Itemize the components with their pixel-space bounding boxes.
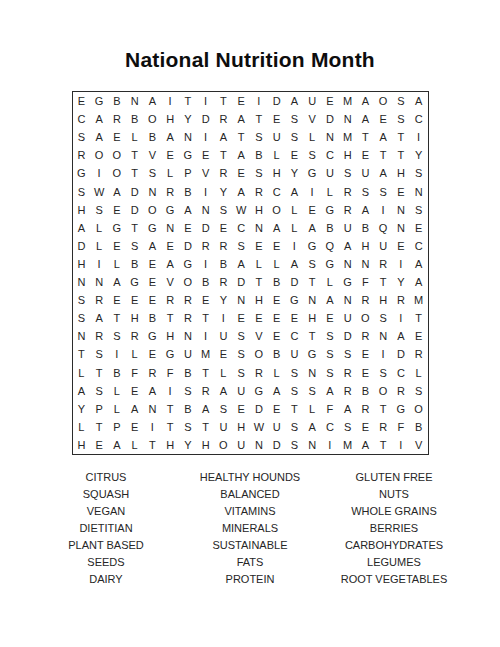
grid-cell-r9c1[interactable]: D bbox=[73, 237, 91, 255]
grid-cell-r2c1[interactable]: C bbox=[73, 110, 91, 128]
grid-cell-r10c1[interactable]: H bbox=[73, 255, 91, 273]
grid-cell-r5c11[interactable]: S bbox=[250, 164, 268, 182]
grid-cell-r12c10[interactable]: N bbox=[232, 291, 250, 309]
grid-cell-r3c14[interactable]: L bbox=[303, 128, 321, 146]
grid-cell-r14c1[interactable]: N bbox=[73, 327, 91, 345]
grid-cell-r18c10[interactable]: E bbox=[232, 400, 250, 418]
grid-cell-r16c2[interactable]: T bbox=[90, 364, 108, 382]
grid-cell-r13c11[interactable]: E bbox=[250, 309, 268, 327]
grid-cell-r10c2[interactable]: I bbox=[90, 255, 108, 273]
grid-cell-r4c16[interactable]: H bbox=[339, 146, 357, 164]
grid-cell-r13c7[interactable]: R bbox=[179, 309, 197, 327]
grid-cell-r1c1[interactable]: E bbox=[73, 92, 91, 110]
grid-cell-r5c16[interactable]: S bbox=[339, 164, 357, 182]
grid-cell-r5c12[interactable]: H bbox=[268, 164, 286, 182]
grid-cell-r3c8[interactable]: I bbox=[197, 128, 215, 146]
grid-cell-r6c20[interactable]: N bbox=[410, 183, 428, 201]
grid-cell-r18c5[interactable]: N bbox=[144, 400, 162, 418]
grid-cell-r1c3[interactable]: B bbox=[108, 92, 126, 110]
grid-cell-r19c8[interactable]: T bbox=[197, 418, 215, 436]
grid-cell-r16c11[interactable]: R bbox=[250, 364, 268, 382]
grid-cell-r8c13[interactable]: L bbox=[286, 219, 304, 237]
grid-cell-r4c15[interactable]: C bbox=[321, 146, 339, 164]
grid-cell-r13c1[interactable]: S bbox=[73, 309, 91, 327]
grid-cell-r11c14[interactable]: T bbox=[303, 273, 321, 291]
grid-cell-r18c8[interactable]: A bbox=[197, 400, 215, 418]
grid-cell-r11c4[interactable]: G bbox=[126, 273, 144, 291]
grid-cell-r7c10[interactable]: W bbox=[232, 201, 250, 219]
grid-cell-r14c15[interactable]: S bbox=[321, 327, 339, 345]
grid-cell-r8c9[interactable]: E bbox=[215, 219, 233, 237]
grid-cell-r6c19[interactable]: E bbox=[392, 183, 410, 201]
grid-cell-r19c13[interactable]: S bbox=[286, 418, 304, 436]
grid-cell-r4c2[interactable]: O bbox=[90, 146, 108, 164]
grid-cell-r5c18[interactable]: A bbox=[374, 164, 392, 182]
grid-cell-r5c20[interactable]: S bbox=[410, 164, 428, 182]
grid-cell-r1c4[interactable]: N bbox=[126, 92, 144, 110]
grid-cell-r17c6[interactable]: I bbox=[161, 382, 179, 400]
grid-cell-r9c12[interactable]: E bbox=[268, 237, 286, 255]
grid-cell-r4c11[interactable]: B bbox=[250, 146, 268, 164]
grid-cell-r18c4[interactable]: A bbox=[126, 400, 144, 418]
grid-cell-r7c2[interactable]: S bbox=[90, 201, 108, 219]
grid-cell-r2c15[interactable]: D bbox=[321, 110, 339, 128]
grid-cell-r12c18[interactable]: H bbox=[374, 291, 392, 309]
grid-cell-r20c13[interactable]: S bbox=[286, 436, 304, 454]
grid-cell-r3c9[interactable]: A bbox=[215, 128, 233, 146]
grid-cell-r7c16[interactable]: R bbox=[339, 201, 357, 219]
grid-cell-r11c11[interactable]: T bbox=[250, 273, 268, 291]
grid-cell-r9c7[interactable]: D bbox=[179, 237, 197, 255]
grid-cell-r2c16[interactable]: N bbox=[339, 110, 357, 128]
grid-cell-r4c19[interactable]: T bbox=[392, 146, 410, 164]
grid-cell-r2c8[interactable]: D bbox=[197, 110, 215, 128]
grid-cell-r10c6[interactable]: A bbox=[161, 255, 179, 273]
grid-cell-r10c3[interactable]: L bbox=[108, 255, 126, 273]
grid-cell-r3c7[interactable]: N bbox=[179, 128, 197, 146]
grid-cell-r7c5[interactable]: O bbox=[144, 201, 162, 219]
grid-cell-r7c3[interactable]: E bbox=[108, 201, 126, 219]
grid-cell-r13c17[interactable]: O bbox=[357, 309, 375, 327]
grid-cell-r9c5[interactable]: A bbox=[144, 237, 162, 255]
grid-cell-r7c1[interactable]: H bbox=[73, 201, 91, 219]
grid-cell-r10c16[interactable]: N bbox=[339, 255, 357, 273]
grid-cell-r10c7[interactable]: G bbox=[179, 255, 197, 273]
grid-cell-r3c18[interactable]: A bbox=[374, 128, 392, 146]
grid-cell-r5c1[interactable]: G bbox=[73, 164, 91, 182]
grid-cell-r11c12[interactable]: B bbox=[268, 273, 286, 291]
grid-cell-r20c2[interactable]: E bbox=[90, 436, 108, 454]
grid-cell-r17c14[interactable]: S bbox=[303, 382, 321, 400]
grid-cell-r19c9[interactable]: U bbox=[215, 418, 233, 436]
grid-cell-r20c11[interactable]: N bbox=[250, 436, 268, 454]
grid-cell-r17c1[interactable]: A bbox=[73, 382, 91, 400]
grid-cell-r14c20[interactable]: E bbox=[410, 327, 428, 345]
grid-cell-r8c15[interactable]: B bbox=[321, 219, 339, 237]
grid-cell-r13c18[interactable]: S bbox=[374, 309, 392, 327]
grid-cell-r13c16[interactable]: U bbox=[339, 309, 357, 327]
grid-cell-r7c15[interactable]: G bbox=[321, 201, 339, 219]
grid-cell-r20c17[interactable]: A bbox=[357, 436, 375, 454]
grid-cell-r19c6[interactable]: T bbox=[161, 418, 179, 436]
grid-cell-r5c14[interactable]: G bbox=[303, 164, 321, 182]
grid-cell-r18c16[interactable]: A bbox=[339, 400, 357, 418]
grid-cell-r19c4[interactable]: E bbox=[126, 418, 144, 436]
grid-cell-r8c19[interactable]: N bbox=[392, 219, 410, 237]
grid-cell-r6c9[interactable]: Y bbox=[215, 183, 233, 201]
grid-cell-r2c12[interactable]: E bbox=[268, 110, 286, 128]
grid-cell-r16c14[interactable]: N bbox=[303, 364, 321, 382]
grid-cell-r8c4[interactable]: T bbox=[126, 219, 144, 237]
grid-cell-r7c18[interactable]: I bbox=[374, 201, 392, 219]
grid-cell-r14c10[interactable]: S bbox=[232, 327, 250, 345]
grid-cell-r10c20[interactable]: A bbox=[410, 255, 428, 273]
grid-cell-r8c18[interactable]: Q bbox=[374, 219, 392, 237]
grid-cell-r6c4[interactable]: D bbox=[126, 183, 144, 201]
grid-cell-r11c10[interactable]: D bbox=[232, 273, 250, 291]
grid-cell-r6c5[interactable]: N bbox=[144, 183, 162, 201]
grid-cell-r8c20[interactable]: E bbox=[410, 219, 428, 237]
grid-cell-r10c4[interactable]: B bbox=[126, 255, 144, 273]
grid-cell-r2c7[interactable]: Y bbox=[179, 110, 197, 128]
grid-cell-r20c9[interactable]: O bbox=[215, 436, 233, 454]
grid-cell-r7c12[interactable]: O bbox=[268, 201, 286, 219]
grid-cell-r16c13[interactable]: S bbox=[286, 364, 304, 382]
grid-cell-r14c9[interactable]: U bbox=[215, 327, 233, 345]
grid-cell-r8c17[interactable]: B bbox=[357, 219, 375, 237]
grid-cell-r10c19[interactable]: I bbox=[392, 255, 410, 273]
grid-cell-r12c19[interactable]: R bbox=[392, 291, 410, 309]
grid-cell-r15c19[interactable]: D bbox=[392, 345, 410, 363]
grid-cell-r9c15[interactable]: Q bbox=[321, 237, 339, 255]
grid-cell-r14c18[interactable]: N bbox=[374, 327, 392, 345]
grid-cell-r9c11[interactable]: E bbox=[250, 237, 268, 255]
grid-cell-r15c20[interactable]: R bbox=[410, 345, 428, 363]
grid-cell-r12c7[interactable]: R bbox=[179, 291, 197, 309]
grid-cell-r20c5[interactable]: T bbox=[144, 436, 162, 454]
grid-cell-r17c8[interactable]: R bbox=[197, 382, 215, 400]
grid-cell-r11c2[interactable]: N bbox=[90, 273, 108, 291]
grid-cell-r4c18[interactable]: T bbox=[374, 146, 392, 164]
grid-cell-r1c7[interactable]: T bbox=[179, 92, 197, 110]
grid-cell-r15c10[interactable]: S bbox=[232, 345, 250, 363]
grid-cell-r12c8[interactable]: E bbox=[197, 291, 215, 309]
grid-cell-r5c10[interactable]: E bbox=[232, 164, 250, 182]
grid-cell-r4c8[interactable]: E bbox=[197, 146, 215, 164]
grid-cell-r10c11[interactable]: L bbox=[250, 255, 268, 273]
grid-cell-r2c13[interactable]: S bbox=[286, 110, 304, 128]
grid-cell-r1c19[interactable]: S bbox=[392, 92, 410, 110]
grid-cell-r14c8[interactable]: I bbox=[197, 327, 215, 345]
grid-cell-r16c15[interactable]: S bbox=[321, 364, 339, 382]
grid-cell-r9c2[interactable]: L bbox=[90, 237, 108, 255]
grid-cell-r2c19[interactable]: S bbox=[392, 110, 410, 128]
grid-cell-r19c10[interactable]: H bbox=[232, 418, 250, 436]
grid-cell-r10c8[interactable]: I bbox=[197, 255, 215, 273]
grid-cell-r18c2[interactable]: P bbox=[90, 400, 108, 418]
grid-cell-r1c20[interactable]: A bbox=[410, 92, 428, 110]
grid-cell-r17c17[interactable]: B bbox=[357, 382, 375, 400]
grid-cell-r3c20[interactable]: I bbox=[410, 128, 428, 146]
grid-cell-r3c2[interactable]: A bbox=[90, 128, 108, 146]
grid-cell-r9c16[interactable]: A bbox=[339, 237, 357, 255]
grid-cell-r7c14[interactable]: E bbox=[303, 201, 321, 219]
grid-cell-r16c8[interactable]: T bbox=[197, 364, 215, 382]
grid-cell-r15c14[interactable]: G bbox=[303, 345, 321, 363]
grid-cell-r15c16[interactable]: S bbox=[339, 345, 357, 363]
grid-cell-r14c12[interactable]: E bbox=[268, 327, 286, 345]
grid-cell-r4c20[interactable]: Y bbox=[410, 146, 428, 164]
grid-cell-r15c8[interactable]: M bbox=[197, 345, 215, 363]
grid-cell-r19c12[interactable]: U bbox=[268, 418, 286, 436]
grid-cell-r18c7[interactable]: B bbox=[179, 400, 197, 418]
grid-cell-r15c15[interactable]: S bbox=[321, 345, 339, 363]
grid-cell-r15c6[interactable]: G bbox=[161, 345, 179, 363]
grid-cell-r2c6[interactable]: H bbox=[161, 110, 179, 128]
grid-cell-r12c4[interactable]: E bbox=[126, 291, 144, 309]
grid-cell-r12c2[interactable]: R bbox=[90, 291, 108, 309]
grid-cell-r10c10[interactable]: A bbox=[232, 255, 250, 273]
grid-cell-r8c12[interactable]: A bbox=[268, 219, 286, 237]
grid-cell-r5c4[interactable]: T bbox=[126, 164, 144, 182]
grid-cell-r13c13[interactable]: E bbox=[286, 309, 304, 327]
grid-cell-r15c7[interactable]: U bbox=[179, 345, 197, 363]
grid-cell-r10c17[interactable]: N bbox=[357, 255, 375, 273]
grid-cell-r17c11[interactable]: G bbox=[250, 382, 268, 400]
grid-cell-r12c15[interactable]: A bbox=[321, 291, 339, 309]
grid-cell-r19c17[interactable]: E bbox=[357, 418, 375, 436]
grid-cell-r15c13[interactable]: U bbox=[286, 345, 304, 363]
grid-cell-r17c12[interactable]: A bbox=[268, 382, 286, 400]
grid-cell-r6c10[interactable]: A bbox=[232, 183, 250, 201]
grid-cell-r14c14[interactable]: T bbox=[303, 327, 321, 345]
grid-cell-r3c11[interactable]: S bbox=[250, 128, 268, 146]
grid-cell-r12c17[interactable]: R bbox=[357, 291, 375, 309]
grid-cell-r4c14[interactable]: S bbox=[303, 146, 321, 164]
grid-cell-r13c6[interactable]: T bbox=[161, 309, 179, 327]
grid-cell-r17c2[interactable]: S bbox=[90, 382, 108, 400]
grid-cell-r3c19[interactable]: T bbox=[392, 128, 410, 146]
grid-cell-r17c18[interactable]: O bbox=[374, 382, 392, 400]
grid-cell-r16c1[interactable]: L bbox=[73, 364, 91, 382]
grid-cell-r9c6[interactable]: E bbox=[161, 237, 179, 255]
grid-cell-r16c16[interactable]: R bbox=[339, 364, 357, 382]
grid-cell-r2c10[interactable]: A bbox=[232, 110, 250, 128]
grid-cell-r5c8[interactable]: V bbox=[197, 164, 215, 182]
grid-cell-r11c6[interactable]: V bbox=[161, 273, 179, 291]
grid-cell-r13c3[interactable]: T bbox=[108, 309, 126, 327]
grid-cell-r18c13[interactable]: T bbox=[286, 400, 304, 418]
grid-cell-r6c18[interactable]: S bbox=[374, 183, 392, 201]
grid-cell-r19c1[interactable]: L bbox=[73, 418, 91, 436]
grid-cell-r3c5[interactable]: B bbox=[144, 128, 162, 146]
grid-cell-r18c15[interactable]: F bbox=[321, 400, 339, 418]
grid-cell-r8c8[interactable]: D bbox=[197, 219, 215, 237]
grid-cell-r17c16[interactable]: R bbox=[339, 382, 357, 400]
grid-cell-r16c10[interactable]: S bbox=[232, 364, 250, 382]
grid-cell-r10c5[interactable]: E bbox=[144, 255, 162, 273]
grid-cell-r1c16[interactable]: M bbox=[339, 92, 357, 110]
grid-cell-r10c13[interactable]: A bbox=[286, 255, 304, 273]
grid-cell-r4c3[interactable]: O bbox=[108, 146, 126, 164]
grid-cell-r1c17[interactable]: A bbox=[357, 92, 375, 110]
grid-cell-r12c6[interactable]: R bbox=[161, 291, 179, 309]
grid-cell-r6c12[interactable]: C bbox=[268, 183, 286, 201]
grid-cell-r5c3[interactable]: O bbox=[108, 164, 126, 182]
grid-cell-r19c20[interactable]: B bbox=[410, 418, 428, 436]
grid-cell-r14c17[interactable]: R bbox=[357, 327, 375, 345]
grid-cell-r19c11[interactable]: W bbox=[250, 418, 268, 436]
grid-cell-r2c11[interactable]: T bbox=[250, 110, 268, 128]
grid-cell-r19c3[interactable]: P bbox=[108, 418, 126, 436]
grid-cell-r14c11[interactable]: V bbox=[250, 327, 268, 345]
grid-cell-r11c19[interactable]: Y bbox=[392, 273, 410, 291]
grid-cell-r1c12[interactable]: D bbox=[268, 92, 286, 110]
grid-cell-r3c4[interactable]: L bbox=[126, 128, 144, 146]
grid-cell-r2c2[interactable]: A bbox=[90, 110, 108, 128]
grid-cell-r4c9[interactable]: T bbox=[215, 146, 233, 164]
grid-cell-r16c19[interactable]: C bbox=[392, 364, 410, 382]
grid-cell-r3c15[interactable]: N bbox=[321, 128, 339, 146]
grid-cell-r9c14[interactable]: G bbox=[303, 237, 321, 255]
grid-cell-r20c4[interactable]: L bbox=[126, 436, 144, 454]
grid-cell-r8c7[interactable]: E bbox=[179, 219, 197, 237]
grid-cell-r20c19[interactable]: I bbox=[392, 436, 410, 454]
grid-cell-r13c15[interactable]: E bbox=[321, 309, 339, 327]
grid-cell-r5c2[interactable]: I bbox=[90, 164, 108, 182]
grid-cell-r12c14[interactable]: N bbox=[303, 291, 321, 309]
grid-cell-r10c9[interactable]: B bbox=[215, 255, 233, 273]
grid-cell-r5c6[interactable]: L bbox=[161, 164, 179, 182]
grid-cell-r7c13[interactable]: L bbox=[286, 201, 304, 219]
grid-cell-r8c6[interactable]: N bbox=[161, 219, 179, 237]
grid-cell-r3c16[interactable]: M bbox=[339, 128, 357, 146]
grid-cell-r11c18[interactable]: T bbox=[374, 273, 392, 291]
grid-cell-r1c10[interactable]: E bbox=[232, 92, 250, 110]
grid-cell-r8c2[interactable]: L bbox=[90, 219, 108, 237]
grid-cell-r8c1[interactable]: A bbox=[73, 219, 91, 237]
grid-cell-r5c19[interactable]: H bbox=[392, 164, 410, 182]
grid-cell-r3c17[interactable]: T bbox=[357, 128, 375, 146]
grid-cell-r14c7[interactable]: N bbox=[179, 327, 197, 345]
grid-cell-r11c16[interactable]: G bbox=[339, 273, 357, 291]
grid-cell-r20c6[interactable]: H bbox=[161, 436, 179, 454]
grid-cell-r19c18[interactable]: R bbox=[374, 418, 392, 436]
grid-cell-r10c18[interactable]: R bbox=[374, 255, 392, 273]
grid-cell-r20c1[interactable]: H bbox=[73, 436, 91, 454]
grid-cell-r14c16[interactable]: D bbox=[339, 327, 357, 345]
grid-cell-r5c7[interactable]: P bbox=[179, 164, 197, 182]
grid-cell-r15c4[interactable]: L bbox=[126, 345, 144, 363]
grid-cell-r13c8[interactable]: T bbox=[197, 309, 215, 327]
grid-cell-r18c20[interactable]: O bbox=[410, 400, 428, 418]
grid-cell-r9c8[interactable]: R bbox=[197, 237, 215, 255]
grid-cell-r20c16[interactable]: M bbox=[339, 436, 357, 454]
grid-cell-r7c19[interactable]: N bbox=[392, 201, 410, 219]
grid-cell-r17c15[interactable]: A bbox=[321, 382, 339, 400]
grid-cell-r9c19[interactable]: E bbox=[392, 237, 410, 255]
grid-cell-r6c1[interactable]: S bbox=[73, 183, 91, 201]
grid-cell-r16c3[interactable]: B bbox=[108, 364, 126, 382]
grid-cell-r4c12[interactable]: L bbox=[268, 146, 286, 164]
grid-cell-r9c3[interactable]: E bbox=[108, 237, 126, 255]
grid-cell-r2c17[interactable]: A bbox=[357, 110, 375, 128]
grid-cell-r6c7[interactable]: B bbox=[179, 183, 197, 201]
grid-cell-r14c3[interactable]: S bbox=[108, 327, 126, 345]
grid-cell-r17c5[interactable]: A bbox=[144, 382, 162, 400]
grid-cell-r20c18[interactable]: T bbox=[374, 436, 392, 454]
grid-cell-r1c11[interactable]: I bbox=[250, 92, 268, 110]
grid-cell-r3c13[interactable]: S bbox=[286, 128, 304, 146]
grid-cell-r5c17[interactable]: U bbox=[357, 164, 375, 182]
grid-cell-r1c13[interactable]: A bbox=[286, 92, 304, 110]
grid-cell-r17c20[interactable]: S bbox=[410, 382, 428, 400]
grid-cell-r3c3[interactable]: E bbox=[108, 128, 126, 146]
grid-cell-r17c9[interactable]: A bbox=[215, 382, 233, 400]
grid-cell-r6c3[interactable]: A bbox=[108, 183, 126, 201]
grid-cell-r9c4[interactable]: S bbox=[126, 237, 144, 255]
grid-cell-r11c8[interactable]: B bbox=[197, 273, 215, 291]
grid-cell-r11c9[interactable]: R bbox=[215, 273, 233, 291]
grid-cell-r20c7[interactable]: Y bbox=[179, 436, 197, 454]
grid-cell-r2c20[interactable]: C bbox=[410, 110, 428, 128]
grid-cell-r17c3[interactable]: L bbox=[108, 382, 126, 400]
grid-cell-r11c5[interactable]: E bbox=[144, 273, 162, 291]
grid-cell-r8c10[interactable]: C bbox=[232, 219, 250, 237]
grid-cell-r5c5[interactable]: S bbox=[144, 164, 162, 182]
grid-cell-r15c3[interactable]: I bbox=[108, 345, 126, 363]
grid-cell-r19c19[interactable]: F bbox=[392, 418, 410, 436]
grid-cell-r19c14[interactable]: A bbox=[303, 418, 321, 436]
grid-cell-r20c14[interactable]: N bbox=[303, 436, 321, 454]
grid-cell-r14c19[interactable]: A bbox=[392, 327, 410, 345]
grid-cell-r12c13[interactable]: G bbox=[286, 291, 304, 309]
grid-cell-r9c10[interactable]: S bbox=[232, 237, 250, 255]
grid-cell-r15c1[interactable]: T bbox=[73, 345, 91, 363]
grid-cell-r4c13[interactable]: E bbox=[286, 146, 304, 164]
grid-cell-r1c2[interactable]: G bbox=[90, 92, 108, 110]
grid-cell-r14c6[interactable]: H bbox=[161, 327, 179, 345]
grid-cell-r9c20[interactable]: C bbox=[410, 237, 428, 255]
grid-cell-r16c4[interactable]: F bbox=[126, 364, 144, 382]
grid-cell-r10c12[interactable]: L bbox=[268, 255, 286, 273]
grid-cell-r18c19[interactable]: G bbox=[392, 400, 410, 418]
grid-cell-r13c10[interactable]: E bbox=[232, 309, 250, 327]
grid-cell-r17c13[interactable]: S bbox=[286, 382, 304, 400]
grid-cell-r20c10[interactable]: U bbox=[232, 436, 250, 454]
grid-cell-r19c16[interactable]: S bbox=[339, 418, 357, 436]
grid-cell-r17c10[interactable]: U bbox=[232, 382, 250, 400]
grid-cell-r18c3[interactable]: L bbox=[108, 400, 126, 418]
grid-cell-r8c11[interactable]: N bbox=[250, 219, 268, 237]
grid-cell-r13c9[interactable]: I bbox=[215, 309, 233, 327]
grid-cell-r6c6[interactable]: R bbox=[161, 183, 179, 201]
grid-cell-r20c3[interactable]: A bbox=[108, 436, 126, 454]
grid-cell-r6c14[interactable]: I bbox=[303, 183, 321, 201]
grid-cell-r8c3[interactable]: G bbox=[108, 219, 126, 237]
grid-cell-r19c5[interactable]: I bbox=[144, 418, 162, 436]
grid-cell-r13c2[interactable]: A bbox=[90, 309, 108, 327]
grid-cell-r16c9[interactable]: L bbox=[215, 364, 233, 382]
grid-cell-r1c5[interactable]: A bbox=[144, 92, 162, 110]
grid-cell-r5c15[interactable]: U bbox=[321, 164, 339, 182]
grid-cell-r11c3[interactable]: A bbox=[108, 273, 126, 291]
grid-cell-r11c20[interactable]: A bbox=[410, 273, 428, 291]
grid-cell-r2c9[interactable]: R bbox=[215, 110, 233, 128]
grid-cell-r3c1[interactable]: S bbox=[73, 128, 91, 146]
grid-cell-r12c1[interactable]: S bbox=[73, 291, 91, 309]
grid-cell-r7c4[interactable]: D bbox=[126, 201, 144, 219]
